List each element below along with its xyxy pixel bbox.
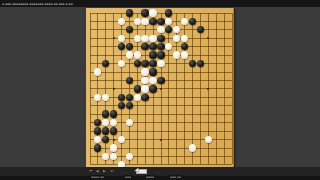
star-point <box>113 88 115 90</box>
white-stone <box>134 18 141 25</box>
black-stone <box>141 43 148 50</box>
white-stone <box>110 119 117 126</box>
white-stone <box>102 119 109 126</box>
black-stone <box>189 18 196 25</box>
black-stone <box>126 94 133 101</box>
black-stone <box>141 60 148 67</box>
black-stone <box>149 60 156 67</box>
black-stone <box>94 144 101 151</box>
toolbar-mini-button[interactable]: ▪▪▪▪ ▪▪ <box>90 175 105 178</box>
black-stone <box>157 18 164 25</box>
white-stone <box>149 77 156 84</box>
black-stone <box>110 110 117 117</box>
white-stone <box>165 18 172 25</box>
black-stone <box>102 60 109 67</box>
white-stone <box>126 153 133 160</box>
nav-separator-right: – – – – <box>153 169 162 173</box>
white-stone <box>102 153 109 160</box>
black-stone <box>157 43 164 50</box>
white-stone <box>157 60 164 67</box>
grid-line <box>90 13 232 14</box>
black-stone <box>189 60 196 67</box>
first-move-button[interactable]: ⏮ <box>89 169 92 172</box>
white-stone <box>149 35 156 42</box>
white-stone <box>134 94 141 101</box>
black-stone <box>126 26 133 33</box>
black-stone <box>165 9 172 16</box>
grid-line <box>90 72 232 73</box>
white-stone <box>173 26 180 33</box>
grid-line <box>90 97 232 98</box>
black-stone <box>126 77 133 84</box>
black-stone <box>118 94 125 101</box>
white-stone <box>134 51 141 58</box>
white-stone <box>110 153 117 160</box>
star-point <box>207 37 209 39</box>
toolbar-mini-button[interactable]: ▪▪▪ <box>124 175 132 178</box>
black-stone <box>157 77 164 84</box>
black-stone <box>181 43 188 50</box>
white-stone <box>157 26 164 33</box>
black-stone <box>134 60 141 67</box>
white-stone <box>102 94 109 101</box>
white-stone <box>94 94 101 101</box>
black-stone <box>126 9 133 16</box>
star-point <box>113 37 115 39</box>
black-stone <box>102 110 109 117</box>
toolbar-mini-button[interactable]: ▪▪▪ ▪▪ <box>169 175 182 178</box>
white-stone <box>126 119 133 126</box>
white-stone <box>110 144 117 151</box>
white-stone <box>94 68 101 75</box>
toolbar-button-row: ▪▪▪▪ ▪▪▪▪▪▪▪▪▪▪▪▪ ▪▪ <box>90 174 195 179</box>
white-stone <box>141 85 148 92</box>
black-stone <box>102 136 109 143</box>
white-stone <box>141 68 148 75</box>
white-stone <box>165 43 172 50</box>
black-stone <box>197 60 204 67</box>
white-stone <box>118 136 125 143</box>
black-stone <box>149 18 156 25</box>
white-stone <box>94 136 101 143</box>
black-stone <box>197 26 204 33</box>
white-stone <box>173 35 180 42</box>
white-stone <box>126 51 133 58</box>
nav-separator: – – – – <box>120 169 129 173</box>
bottom-toolbar: ⏮ ◀ ▶ ⏭ – – – – – – – – ▪▪▪▪ ▪▪▪▪▪▪▪▪▪▪▪… <box>0 167 320 180</box>
window-title: ▪ ▪▪▪ ▪▪▪▪▪▪▪▪ ▪▪▪▪▪▪▪ ▪▪▪▪ ▪▪ ▪▪▪ ▪ ▪▪ <box>0 2 73 6</box>
prev-move-button[interactable]: ◀ <box>96 169 99 172</box>
white-stone <box>181 51 188 58</box>
grid-line <box>90 164 232 165</box>
last-move-button[interactable]: ⏭ <box>110 169 113 172</box>
black-stone <box>149 85 156 92</box>
black-stone <box>102 127 109 134</box>
white-stone <box>181 35 188 42</box>
white-stone <box>118 18 125 25</box>
go-board[interactable] <box>86 8 234 169</box>
window-titlebar: ▪ ▪▪▪ ▪▪▪▪▪▪▪▪ ▪▪▪▪▪▪▪ ▪▪▪▪ ▪▪ ▪▪▪ ▪ ▪▪ <box>0 0 320 7</box>
black-stone <box>94 127 101 134</box>
black-stone <box>126 102 133 109</box>
black-stone <box>141 9 148 16</box>
black-stone <box>118 102 125 109</box>
star-point <box>207 88 209 90</box>
black-stone <box>118 43 125 50</box>
black-stone <box>157 51 164 58</box>
black-stone <box>165 26 172 33</box>
black-stone <box>126 43 133 50</box>
black-stone <box>141 94 148 101</box>
black-stone <box>149 51 156 58</box>
white-stone <box>149 9 156 16</box>
white-stone <box>181 18 188 25</box>
toolbar-mini-button[interactable]: ▪▪▪▪ <box>145 175 155 178</box>
white-stone <box>189 144 196 151</box>
star-point <box>160 139 162 141</box>
white-stone <box>141 18 148 25</box>
white-stone <box>173 51 180 58</box>
app-window: ▪ ▪▪▪ ▪▪▪▪▪▪▪▪ ▪▪▪▪▪▪▪ ▪▪▪▪ ▪▪ ▪▪▪ ▪ ▪▪ … <box>0 0 320 180</box>
grid-line <box>232 13 233 165</box>
grid-line <box>90 105 232 106</box>
white-stone <box>141 35 148 42</box>
black-stone <box>94 119 101 126</box>
white-stone <box>134 35 141 42</box>
white-stone <box>205 136 212 143</box>
star-point <box>113 139 115 141</box>
black-stone <box>149 43 156 50</box>
black-stone <box>157 35 164 42</box>
black-stone <box>134 85 141 92</box>
star-point <box>160 88 162 90</box>
black-stone <box>149 68 156 75</box>
next-move-button[interactable]: ▶ <box>103 169 106 172</box>
white-stone <box>141 77 148 84</box>
black-stone <box>110 127 117 134</box>
white-stone <box>118 60 125 67</box>
white-stone <box>118 35 125 42</box>
